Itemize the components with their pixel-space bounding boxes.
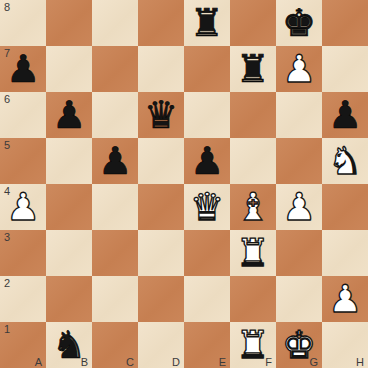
white-queen[interactable]: ♛ [184,184,230,230]
chess-board: 8♜♚♟7♜♟6♟♛♟5♟♟♞♟4♛♝♟3♜2♟1A♞BCDE♜F♚GH [0,0,368,368]
square-a8[interactable]: 8 [0,0,46,46]
square-f8[interactable] [230,0,276,46]
square-a3[interactable]: 3 [0,230,46,276]
square-h3[interactable] [322,230,368,276]
file-label-d: D [172,356,180,368]
square-f2[interactable] [230,276,276,322]
file-label-h: H [356,356,364,368]
square-d7[interactable] [138,46,184,92]
square-b6[interactable]: ♟ [46,92,92,138]
square-d5[interactable] [138,138,184,184]
square-a4[interactable]: ♟4 [0,184,46,230]
black-pawn[interactable]: ♟ [92,138,138,184]
square-d8[interactable] [138,0,184,46]
square-f7[interactable]: ♜ [230,46,276,92]
square-d2[interactable] [138,276,184,322]
square-g6[interactable] [276,92,322,138]
rank-label-8: 8 [4,1,10,13]
square-b7[interactable] [46,46,92,92]
square-e7[interactable] [184,46,230,92]
black-rook[interactable]: ♜ [184,0,230,46]
rank-label-5: 5 [4,139,10,151]
square-f1[interactable]: ♜F [230,322,276,368]
rank-label-3: 3 [4,231,10,243]
square-h1[interactable]: H [322,322,368,368]
white-rook[interactable]: ♜ [230,322,276,368]
white-rook[interactable]: ♜ [230,230,276,276]
square-h2[interactable]: ♟ [322,276,368,322]
square-b1[interactable]: ♞B [46,322,92,368]
square-c7[interactable] [92,46,138,92]
file-label-e: E [219,356,226,368]
white-pawn[interactable]: ♟ [322,276,368,322]
square-c1[interactable]: C [92,322,138,368]
square-g8[interactable]: ♚ [276,0,322,46]
black-pawn[interactable]: ♟ [322,92,368,138]
square-a2[interactable]: 2 [0,276,46,322]
square-f6[interactable] [230,92,276,138]
square-g4[interactable]: ♟ [276,184,322,230]
black-pawn[interactable]: ♟ [184,138,230,184]
square-e4[interactable]: ♛ [184,184,230,230]
square-g7[interactable]: ♟ [276,46,322,92]
white-pawn[interactable]: ♟ [276,184,322,230]
square-a7[interactable]: ♟7 [0,46,46,92]
square-a1[interactable]: 1A [0,322,46,368]
black-king[interactable]: ♚ [276,0,322,46]
file-label-a: A [35,356,42,368]
rank-label-6: 6 [4,93,10,105]
black-knight[interactable]: ♞ [46,322,92,368]
square-d3[interactable] [138,230,184,276]
black-pawn[interactable]: ♟ [46,92,92,138]
rank-label-2: 2 [4,277,10,289]
square-e5[interactable]: ♟ [184,138,230,184]
square-c4[interactable] [92,184,138,230]
square-g2[interactable] [276,276,322,322]
square-e6[interactable] [184,92,230,138]
square-e2[interactable] [184,276,230,322]
square-g1[interactable]: ♚G [276,322,322,368]
square-d1[interactable]: D [138,322,184,368]
square-c2[interactable] [92,276,138,322]
square-h4[interactable] [322,184,368,230]
square-f4[interactable]: ♝ [230,184,276,230]
square-c3[interactable] [92,230,138,276]
white-knight[interactable]: ♞ [322,138,368,184]
square-c6[interactable] [92,92,138,138]
square-b3[interactable] [46,230,92,276]
square-h7[interactable] [322,46,368,92]
white-king[interactable]: ♚ [276,322,322,368]
black-rook[interactable]: ♜ [230,46,276,92]
square-c5[interactable]: ♟ [92,138,138,184]
white-pawn[interactable]: ♟ [0,184,46,230]
square-a5[interactable]: 5 [0,138,46,184]
white-pawn[interactable]: ♟ [276,46,322,92]
square-e3[interactable] [184,230,230,276]
square-b2[interactable] [46,276,92,322]
square-h8[interactable] [322,0,368,46]
black-queen[interactable]: ♛ [138,92,184,138]
square-d6[interactable]: ♛ [138,92,184,138]
square-g3[interactable] [276,230,322,276]
square-h5[interactable]: ♞ [322,138,368,184]
square-f5[interactable] [230,138,276,184]
file-label-c: C [126,356,134,368]
square-e8[interactable]: ♜ [184,0,230,46]
white-bishop[interactable]: ♝ [230,184,276,230]
square-f3[interactable]: ♜ [230,230,276,276]
square-b8[interactable] [46,0,92,46]
square-b4[interactable] [46,184,92,230]
square-h6[interactable]: ♟ [322,92,368,138]
square-a6[interactable]: 6 [0,92,46,138]
black-pawn[interactable]: ♟ [0,46,46,92]
rank-label-1: 1 [4,323,10,335]
square-d4[interactable] [138,184,184,230]
square-e1[interactable]: E [184,322,230,368]
square-g5[interactable] [276,138,322,184]
square-c8[interactable] [92,0,138,46]
square-b5[interactable] [46,138,92,184]
